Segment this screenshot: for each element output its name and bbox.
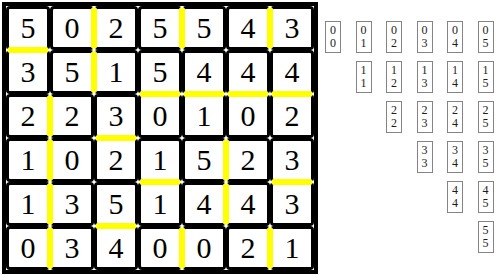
domino-top-value: 0	[391, 25, 397, 36]
cell-r6c7[interactable]: 1	[270, 226, 314, 270]
tray-domino-1-4[interactable]: 14	[447, 61, 463, 93]
domino-bottom-value: 0	[330, 38, 336, 49]
tray-domino-5-5[interactable]: 55	[478, 221, 494, 253]
cell-r5c5[interactable]: 4	[182, 182, 226, 226]
cell-r2c6[interactable]: 4	[226, 50, 270, 94]
domino-bottom-value: 4	[452, 38, 458, 49]
domino-bottom-value: 3	[422, 158, 428, 169]
cell-r3c4[interactable]: 0	[138, 94, 182, 138]
cell-r6c5[interactable]: 0	[182, 226, 226, 270]
cell-r3c2[interactable]: 2	[50, 94, 94, 138]
domino-top-value: 3	[422, 145, 428, 156]
cell-r2c3[interactable]: 1	[94, 50, 138, 94]
tray-domino-0-2[interactable]: 02	[386, 21, 402, 53]
tray-domino-2-2[interactable]: 22	[386, 101, 402, 133]
cell-r3c3[interactable]: 3	[94, 94, 138, 138]
cell-r6c6[interactable]: 2	[226, 226, 270, 270]
cell-r4c4[interactable]: 1	[138, 138, 182, 182]
tray-domino-2-3[interactable]: 23	[417, 101, 433, 133]
tray-domino-3-5[interactable]: 35	[478, 141, 494, 173]
cell-r1c2[interactable]: 0	[50, 6, 94, 50]
cell-r1c5[interactable]: 5	[182, 6, 226, 50]
cell-r6c3[interactable]: 4	[94, 226, 138, 270]
domino-bottom-value: 1	[361, 78, 367, 89]
cell-r3c6[interactable]: 0	[226, 94, 270, 138]
domino-bottom-value: 5	[483, 238, 489, 249]
domino-bottom-value: 1	[361, 38, 367, 49]
cell-r1c1[interactable]: 5	[6, 6, 50, 50]
domino-top-value: 4	[452, 185, 458, 196]
cell-r5c4[interactable]: 1	[138, 182, 182, 226]
cell-r1c7[interactable]: 3	[270, 6, 314, 50]
domino-bottom-value: 2	[391, 38, 397, 49]
domino-top-value: 1	[422, 65, 428, 76]
domino-top-value: 3	[483, 145, 489, 156]
board-grid: 5025543351544422301021021523135144303400…	[2, 2, 318, 274]
cell-r4c2[interactable]: 0	[50, 138, 94, 182]
tray-domino-0-5[interactable]: 05	[478, 21, 494, 53]
tray-domino-0-0[interactable]: 00	[325, 21, 341, 53]
cell-r5c6[interactable]: 4	[226, 182, 270, 226]
tray-domino-4-4[interactable]: 44	[447, 181, 463, 213]
cell-r1c6[interactable]: 4	[226, 6, 270, 50]
cell-r5c1[interactable]: 1	[6, 182, 50, 226]
cell-r5c2[interactable]: 3	[50, 182, 94, 226]
domino-top-value: 2	[452, 105, 458, 116]
domino-top-value: 1	[361, 65, 367, 76]
tray-domino-2-5[interactable]: 25	[478, 101, 494, 133]
cell-r3c1[interactable]: 2	[6, 94, 50, 138]
cell-r1c3[interactable]: 2	[94, 6, 138, 50]
domino-bottom-value: 4	[452, 158, 458, 169]
domino-top-value: 0	[452, 25, 458, 36]
cell-r2c4[interactable]: 5	[138, 50, 182, 94]
domino-top-value: 3	[452, 145, 458, 156]
domino-top-value: 1	[391, 65, 397, 76]
tray-domino-1-2[interactable]: 12	[386, 61, 402, 93]
domino-top-value: 2	[483, 105, 489, 116]
tray-domino-1-5[interactable]: 15	[478, 61, 494, 93]
domino-bottom-value: 5	[483, 118, 489, 129]
domino-top-value: 0	[422, 25, 428, 36]
cell-r5c3[interactable]: 5	[94, 182, 138, 226]
tray-domino-3-3[interactable]: 33	[417, 141, 433, 173]
domino-top-value: 0	[330, 25, 336, 36]
cell-r2c1[interactable]: 3	[6, 50, 50, 94]
cell-r4c6[interactable]: 2	[226, 138, 270, 182]
cell-r3c5[interactable]: 1	[182, 94, 226, 138]
domino-top-value: 2	[391, 105, 397, 116]
domino-bottom-value: 5	[483, 158, 489, 169]
cell-r6c1[interactable]: 0	[6, 226, 50, 270]
domino-top-value: 4	[483, 185, 489, 196]
cell-r4c1[interactable]: 1	[6, 138, 50, 182]
domino-top-value: 5	[483, 225, 489, 236]
domino-bottom-value: 3	[422, 78, 428, 89]
tray-domino-1-3[interactable]: 13	[417, 61, 433, 93]
cell-r2c7[interactable]: 4	[270, 50, 314, 94]
cell-r5c7[interactable]: 3	[270, 182, 314, 226]
cell-r2c2[interactable]: 5	[50, 50, 94, 94]
domino-bottom-value: 5	[483, 198, 489, 209]
domino-bottom-value: 2	[391, 118, 397, 129]
cell-r4c5[interactable]: 5	[182, 138, 226, 182]
cell-r6c4[interactable]: 0	[138, 226, 182, 270]
tray-domino-2-4[interactable]: 24	[447, 101, 463, 133]
dominosa-puzzle: 5025543351544422301021021523135144303400…	[0, 0, 500, 278]
tray-domino-0-4[interactable]: 04	[447, 21, 463, 53]
tray-domino-1-1[interactable]: 11	[356, 61, 372, 93]
tray-domino-4-5[interactable]: 45	[478, 181, 494, 213]
cell-r6c2[interactable]: 3	[50, 226, 94, 270]
domino-bottom-value: 4	[452, 118, 458, 129]
cell-r4c3[interactable]: 2	[94, 138, 138, 182]
tray-domino-3-4[interactable]: 34	[447, 141, 463, 173]
domino-bottom-value: 4	[452, 198, 458, 209]
cell-r3c7[interactable]: 2	[270, 94, 314, 138]
domino-bottom-value: 2	[391, 78, 397, 89]
cell-r1c4[interactable]: 5	[138, 6, 182, 50]
domino-top-value: 2	[422, 105, 428, 116]
cell-r2c5[interactable]: 4	[182, 50, 226, 94]
domino-bottom-value: 5	[483, 78, 489, 89]
domino-top-value: 0	[361, 25, 367, 36]
domino-bottom-value: 4	[452, 78, 458, 89]
tray-domino-0-1[interactable]: 01	[356, 21, 372, 53]
domino-top-value: 1	[452, 65, 458, 76]
domino-tray: 0001020304051112131415222324253334354445…	[325, 21, 500, 261]
domino-bottom-value: 3	[422, 38, 428, 49]
domino-top-value: 1	[483, 65, 489, 76]
cell-r4c7[interactable]: 3	[270, 138, 314, 182]
domino-bottom-value: 5	[483, 38, 489, 49]
tray-domino-0-3[interactable]: 03	[417, 21, 433, 53]
domino-top-value: 0	[483, 25, 489, 36]
domino-bottom-value: 3	[422, 118, 428, 129]
